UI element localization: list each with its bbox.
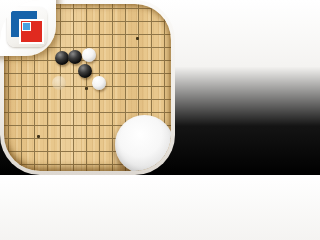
logo-badge (7, 7, 47, 47)
logo-small-blue-square-icon (22, 22, 31, 31)
star-point (37, 135, 40, 138)
star-point (136, 37, 139, 40)
white-stone (82, 48, 96, 62)
black-stone (78, 64, 92, 78)
ghost-stone (52, 76, 66, 90)
black-stone (55, 51, 69, 65)
star-point (85, 87, 88, 90)
white-stone (92, 76, 106, 90)
black-stone (68, 50, 82, 64)
screenshot-stage (0, 0, 175, 175)
big-white-stone (115, 115, 172, 172)
app-icon[interactable] (0, 0, 175, 175)
